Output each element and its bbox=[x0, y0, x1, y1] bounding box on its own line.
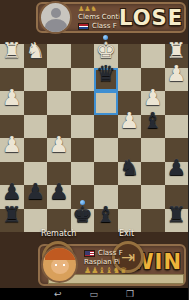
board-square[interactable] bbox=[118, 185, 142, 209]
top-player-bar: ♟♟♞ Clems Conti Class F LOSE bbox=[0, 0, 188, 44]
top-captured-pieces: ♟♟♞ bbox=[78, 6, 97, 13]
android-nav-bar: ↩ ▭ ❐ bbox=[0, 288, 188, 300]
board-square[interactable] bbox=[141, 185, 165, 209]
board-square[interactable] bbox=[94, 115, 118, 139]
board-square[interactable] bbox=[141, 68, 165, 92]
recents-icon[interactable]: ❐ bbox=[126, 290, 134, 299]
board-square[interactable] bbox=[141, 162, 165, 186]
board-square[interactable] bbox=[0, 115, 24, 139]
board-square[interactable]: ♚ bbox=[94, 44, 118, 68]
board-square[interactable]: ♟ bbox=[47, 185, 71, 209]
board-square[interactable] bbox=[118, 138, 142, 162]
board-square[interactable] bbox=[47, 162, 71, 186]
board-square[interactable] bbox=[24, 68, 48, 92]
us-flag-icon bbox=[84, 250, 95, 257]
board-square[interactable]: ♜ bbox=[0, 44, 24, 68]
board-square[interactable] bbox=[47, 91, 71, 115]
board-square[interactable] bbox=[118, 91, 142, 115]
home-icon[interactable]: ▭ bbox=[89, 290, 98, 299]
exit-icon: ⇥ bbox=[121, 249, 135, 266]
board-square[interactable]: ♜ bbox=[0, 209, 24, 233]
board-square[interactable] bbox=[165, 91, 189, 115]
board-square[interactable]: ♟ bbox=[0, 138, 24, 162]
rematch-button-label[interactable]: Rematch bbox=[41, 230, 76, 238]
board-square[interactable]: ♞ bbox=[118, 162, 142, 186]
board-square[interactable]: ♟ bbox=[118, 115, 142, 139]
board-square[interactable] bbox=[71, 44, 95, 68]
board-square[interactable] bbox=[141, 209, 165, 233]
board-square[interactable] bbox=[24, 162, 48, 186]
avatar-silhouette-icon bbox=[51, 8, 61, 18]
back-icon[interactable]: ↩ bbox=[54, 290, 62, 299]
board-square[interactable]: ♟ bbox=[47, 138, 71, 162]
board-square[interactable] bbox=[24, 138, 48, 162]
board-square[interactable]: ♟ bbox=[141, 91, 165, 115]
board-square[interactable] bbox=[118, 44, 142, 68]
board-square[interactable] bbox=[24, 91, 48, 115]
board-square[interactable] bbox=[71, 138, 95, 162]
top-player-name: Clems Conti bbox=[78, 14, 120, 21]
board-square[interactable] bbox=[94, 162, 118, 186]
board-square[interactable]: ♟ bbox=[165, 68, 189, 92]
board-square[interactable]: ♟ bbox=[0, 91, 24, 115]
lose-banner: LOSE bbox=[119, 8, 183, 29]
board-square[interactable] bbox=[47, 44, 71, 68]
board-square[interactable] bbox=[165, 115, 189, 139]
board-square[interactable] bbox=[47, 115, 71, 139]
board-square[interactable]: ♞ bbox=[24, 44, 48, 68]
board-square[interactable] bbox=[118, 68, 142, 92]
board-square[interactable] bbox=[0, 68, 24, 92]
board-square[interactable] bbox=[94, 185, 118, 209]
board-square[interactable] bbox=[94, 91, 118, 115]
board-square[interactable] bbox=[71, 91, 95, 115]
board-square[interactable]: ♝ bbox=[141, 115, 165, 139]
board-square[interactable] bbox=[47, 68, 71, 92]
board-square[interactable]: ♟ bbox=[165, 162, 189, 186]
board-square[interactable] bbox=[24, 115, 48, 139]
exit-button-label[interactable]: Exit bbox=[119, 230, 134, 238]
board-square[interactable]: ♜ bbox=[165, 44, 189, 68]
board-square[interactable] bbox=[165, 185, 189, 209]
chess-board[interactable]: ♜♞♚♜♛♟♟♟♟♝♟♟♞♟♟♟♟♜♚♝♜ bbox=[0, 44, 188, 232]
board-square[interactable]: ♟ bbox=[0, 185, 24, 209]
board-square[interactable]: ♝ bbox=[94, 209, 118, 233]
board-square[interactable]: ♛ bbox=[94, 68, 118, 92]
board-square[interactable] bbox=[71, 68, 95, 92]
board-square[interactable] bbox=[141, 138, 165, 162]
netherlands-flag-icon bbox=[78, 23, 89, 30]
board-square[interactable] bbox=[165, 138, 189, 162]
bottom-player-avatar bbox=[41, 246, 78, 283]
bottom-player-class: Class F bbox=[98, 250, 123, 257]
bottom-player-name: Raspian Pi bbox=[84, 259, 120, 266]
board-square[interactable] bbox=[71, 185, 95, 209]
board-square[interactable] bbox=[71, 115, 95, 139]
board-square[interactable]: ♟ bbox=[24, 185, 48, 209]
app-screen: ♟♟♞ Clems Conti Class F LOSE ♜♞♚♜♛♟♟♟♟♝♟… bbox=[0, 0, 188, 300]
board-square[interactable] bbox=[141, 44, 165, 68]
bottom-captured-pieces: ♟♟♝♝♞♛ bbox=[84, 267, 127, 275]
board-square[interactable] bbox=[94, 138, 118, 162]
top-player-avatar bbox=[39, 1, 72, 34]
board-square[interactable] bbox=[0, 162, 24, 186]
board-square[interactable] bbox=[71, 162, 95, 186]
board-square[interactable]: ♜ bbox=[165, 209, 189, 233]
top-player-class: Class F bbox=[92, 23, 117, 30]
